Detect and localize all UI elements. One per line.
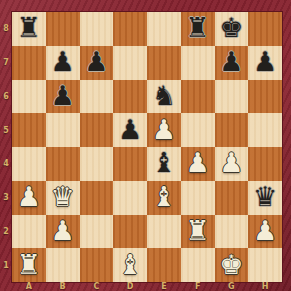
square-h6[interactable] [248, 80, 282, 114]
rank-label-5: 5 [0, 113, 12, 147]
file-label-e: E [147, 281, 181, 291]
file-label-h: H [248, 281, 282, 291]
white-pawn[interactable]: ♟ [253, 217, 277, 244]
black-pawn[interactable]: ♟ [253, 48, 277, 75]
square-g8[interactable]: ♚ [215, 12, 249, 46]
white-pawn[interactable]: ♟ [152, 116, 176, 143]
square-a2[interactable] [12, 215, 46, 249]
square-h8[interactable] [248, 12, 282, 46]
white-bishop[interactable]: ♝ [118, 251, 142, 278]
square-d1[interactable]: ♝ [113, 248, 147, 282]
square-b8[interactable] [46, 12, 80, 46]
black-pawn[interactable]: ♟ [51, 48, 75, 75]
square-h5[interactable] [248, 113, 282, 147]
square-e2[interactable] [147, 215, 181, 249]
square-f4[interactable]: ♟ [181, 147, 215, 181]
square-e7[interactable] [147, 46, 181, 80]
square-b3[interactable]: ♛ [46, 181, 80, 215]
rank-label-6: 6 [0, 80, 12, 114]
square-d6[interactable] [113, 80, 147, 114]
square-d4[interactable] [113, 147, 147, 181]
square-e8[interactable] [147, 12, 181, 46]
square-e3[interactable]: ♝ [147, 181, 181, 215]
square-g6[interactable] [215, 80, 249, 114]
square-e4[interactable]: ♝ [147, 147, 181, 181]
square-g2[interactable] [215, 215, 249, 249]
square-a4[interactable] [12, 147, 46, 181]
black-king[interactable]: ♚ [219, 14, 243, 41]
square-h7[interactable]: ♟ [248, 46, 282, 80]
square-e6[interactable]: ♞ [147, 80, 181, 114]
square-g4[interactable]: ♟ [215, 147, 249, 181]
square-g3[interactable] [215, 181, 249, 215]
square-d2[interactable] [113, 215, 147, 249]
chess-board: ♜♜♚♟♟♟♟♟♞♟♟♝♟♟♟♛♝♛♟♜♟♜♝♚ [12, 12, 282, 282]
square-c4[interactable] [80, 147, 114, 181]
white-pawn[interactable]: ♟ [17, 183, 41, 210]
square-g7[interactable]: ♟ [215, 46, 249, 80]
white-king[interactable]: ♚ [219, 251, 243, 278]
square-b5[interactable] [46, 113, 80, 147]
square-c7[interactable]: ♟ [80, 46, 114, 80]
square-h4[interactable] [248, 147, 282, 181]
square-a5[interactable] [12, 113, 46, 147]
square-a8[interactable]: ♜ [12, 12, 46, 46]
square-g1[interactable]: ♚ [215, 248, 249, 282]
white-pawn[interactable]: ♟ [219, 149, 243, 176]
square-d7[interactable] [113, 46, 147, 80]
square-c2[interactable] [80, 215, 114, 249]
square-f8[interactable]: ♜ [181, 12, 215, 46]
black-pawn[interactable]: ♟ [219, 48, 243, 75]
rank-label-8: 8 [0, 12, 12, 46]
square-g5[interactable] [215, 113, 249, 147]
file-label-g: G [215, 281, 249, 291]
square-f2[interactable]: ♜ [181, 215, 215, 249]
file-label-f: F [181, 281, 215, 291]
square-a7[interactable] [12, 46, 46, 80]
rank-label-4: 4 [0, 147, 12, 181]
square-c5[interactable] [80, 113, 114, 147]
square-a3[interactable]: ♟ [12, 181, 46, 215]
square-b6[interactable]: ♟ [46, 80, 80, 114]
square-e5[interactable]: ♟ [147, 113, 181, 147]
square-d5[interactable]: ♟ [113, 113, 147, 147]
square-b7[interactable]: ♟ [46, 46, 80, 80]
square-f3[interactable] [181, 181, 215, 215]
rank-label-1: 1 [0, 248, 12, 282]
rank-label-3: 3 [0, 181, 12, 215]
square-d3[interactable] [113, 181, 147, 215]
square-c1[interactable] [80, 248, 114, 282]
rank-label-7: 7 [0, 46, 12, 80]
square-b1[interactable] [46, 248, 80, 282]
file-labels: ABCDEFGH [12, 281, 282, 291]
file-label-d: D [113, 281, 147, 291]
white-queen[interactable]: ♛ [51, 183, 75, 210]
black-pawn[interactable]: ♟ [84, 48, 108, 75]
square-b4[interactable] [46, 147, 80, 181]
black-pawn[interactable]: ♟ [51, 82, 75, 109]
white-bishop[interactable]: ♝ [152, 183, 176, 210]
white-pawn[interactable]: ♟ [186, 149, 210, 176]
square-d8[interactable] [113, 12, 147, 46]
square-c3[interactable] [80, 181, 114, 215]
square-a6[interactable] [12, 80, 46, 114]
black-bishop[interactable]: ♝ [152, 149, 176, 176]
black-knight[interactable]: ♞ [152, 82, 176, 109]
square-f6[interactable] [181, 80, 215, 114]
square-e1[interactable] [147, 248, 181, 282]
square-h1[interactable] [248, 248, 282, 282]
board-frame: 87654321 ♜♜♚♟♟♟♟♟♞♟♟♝♟♟♟♛♝♛♟♜♟♜♝♚ ABCDEF… [0, 0, 291, 291]
white-rook[interactable]: ♜ [17, 251, 41, 278]
square-b2[interactable]: ♟ [46, 215, 80, 249]
square-c8[interactable] [80, 12, 114, 46]
square-f1[interactable] [181, 248, 215, 282]
black-rook[interactable]: ♜ [186, 14, 210, 41]
black-pawn[interactable]: ♟ [118, 116, 142, 143]
square-a1[interactable]: ♜ [12, 248, 46, 282]
square-f7[interactable] [181, 46, 215, 80]
black-queen[interactable]: ♛ [253, 183, 277, 210]
file-label-a: A [12, 281, 46, 291]
square-c6[interactable] [80, 80, 114, 114]
square-h3[interactable]: ♛ [248, 181, 282, 215]
file-label-b: B [46, 281, 80, 291]
square-h2[interactable]: ♟ [248, 215, 282, 249]
rank-label-2: 2 [0, 215, 12, 249]
black-rook[interactable]: ♜ [17, 14, 41, 41]
white-pawn[interactable]: ♟ [51, 217, 75, 244]
rank-labels: 87654321 [0, 12, 12, 282]
file-label-c: C [80, 281, 114, 291]
square-f5[interactable] [181, 113, 215, 147]
white-rook[interactable]: ♜ [186, 217, 210, 244]
